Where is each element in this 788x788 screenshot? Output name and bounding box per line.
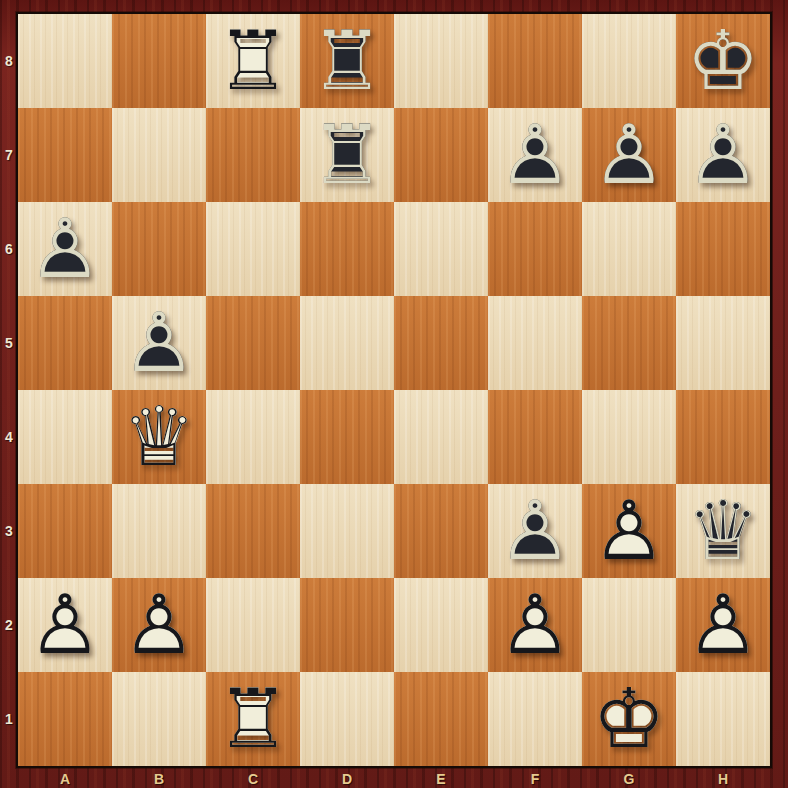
square-f2[interactable]: ♟♙ [488, 578, 582, 672]
file-labels: ABCDEFGH [18, 770, 770, 788]
square-a7[interactable] [18, 108, 112, 202]
square-h6[interactable] [676, 202, 770, 296]
square-c8[interactable]: ♜♖ [206, 14, 300, 108]
square-c2[interactable] [206, 578, 300, 672]
rank-label-6: 6 [0, 202, 18, 296]
white-pawn-outline-icon: ♙ [18, 578, 112, 672]
square-h4[interactable] [676, 390, 770, 484]
black-pawn-outline-icon: ♙ [488, 484, 582, 578]
black-pawn-a6[interactable]: ♟♙ [18, 202, 112, 296]
chessboard-frame: ♜♖♜♖♚♔♜♖♟♙♟♙♟♙♟♙♟♙♛♕♟♙♟♙♛♕♟♙♟♙♟♙♟♙♜♖♚♔ 8… [0, 0, 788, 788]
square-g4[interactable] [582, 390, 676, 484]
square-a6[interactable]: ♟♙ [18, 202, 112, 296]
black-pawn-f3[interactable]: ♟♙ [488, 484, 582, 578]
square-d3[interactable] [300, 484, 394, 578]
file-label-g: G [582, 770, 676, 788]
black-queen-outline-icon: ♕ [676, 484, 770, 578]
black-queen-h3[interactable]: ♛♕ [676, 484, 770, 578]
square-g6[interactable] [582, 202, 676, 296]
square-f6[interactable] [488, 202, 582, 296]
rank-label-2: 2 [0, 578, 18, 672]
black-pawn-h7[interactable]: ♟♙ [676, 108, 770, 202]
square-e7[interactable] [394, 108, 488, 202]
square-a8[interactable] [18, 14, 112, 108]
square-c1[interactable]: ♜♖ [206, 672, 300, 766]
square-h3[interactable]: ♛♕ [676, 484, 770, 578]
square-c6[interactable] [206, 202, 300, 296]
black-pawn-outline-icon: ♙ [112, 296, 206, 390]
square-g8[interactable] [582, 14, 676, 108]
square-a3[interactable] [18, 484, 112, 578]
square-h8[interactable]: ♚♔ [676, 14, 770, 108]
square-d1[interactable] [300, 672, 394, 766]
white-pawn-b2[interactable]: ♟♙ [112, 578, 206, 672]
square-e6[interactable] [394, 202, 488, 296]
square-b8[interactable] [112, 14, 206, 108]
square-e4[interactable] [394, 390, 488, 484]
file-label-b: B [112, 770, 206, 788]
white-rook-c8[interactable]: ♜♖ [206, 14, 300, 108]
square-a1[interactable] [18, 672, 112, 766]
square-d4[interactable] [300, 390, 394, 484]
square-f8[interactable] [488, 14, 582, 108]
white-pawn-outline-icon: ♙ [112, 578, 206, 672]
square-g3[interactable]: ♟♙ [582, 484, 676, 578]
file-label-d: D [300, 770, 394, 788]
file-label-f: F [488, 770, 582, 788]
square-f5[interactable] [488, 296, 582, 390]
square-h1[interactable] [676, 672, 770, 766]
square-e1[interactable] [394, 672, 488, 766]
white-rook-c1[interactable]: ♜♖ [206, 672, 300, 766]
square-b2[interactable]: ♟♙ [112, 578, 206, 672]
white-queen-b4[interactable]: ♛♕ [112, 390, 206, 484]
rank-label-1: 1 [0, 672, 18, 766]
square-g2[interactable] [582, 578, 676, 672]
black-pawn-outline-icon: ♙ [582, 108, 676, 202]
black-rook-d8[interactable]: ♜♖ [300, 14, 394, 108]
square-h2[interactable]: ♟♙ [676, 578, 770, 672]
square-h5[interactable] [676, 296, 770, 390]
square-b6[interactable] [112, 202, 206, 296]
chessboard: ♜♖♜♖♚♔♜♖♟♙♟♙♟♙♟♙♟♙♛♕♟♙♟♙♛♕♟♙♟♙♟♙♟♙♜♖♚♔ [18, 14, 770, 766]
white-king-g1[interactable]: ♚♔ [582, 672, 676, 766]
square-d2[interactable] [300, 578, 394, 672]
rank-label-8: 8 [0, 14, 18, 108]
square-c5[interactable] [206, 296, 300, 390]
black-rook-d7[interactable]: ♜♖ [300, 108, 394, 202]
rank-labels: 87654321 [0, 14, 18, 766]
square-d7[interactable]: ♜♖ [300, 108, 394, 202]
square-b3[interactable] [112, 484, 206, 578]
square-g1[interactable]: ♚♔ [582, 672, 676, 766]
square-f7[interactable]: ♟♙ [488, 108, 582, 202]
black-pawn-g7[interactable]: ♟♙ [582, 108, 676, 202]
white-rook-outline-icon: ♖ [206, 14, 300, 108]
square-d8[interactable]: ♜♖ [300, 14, 394, 108]
black-pawn-outline-icon: ♙ [676, 108, 770, 202]
rank-label-5: 5 [0, 296, 18, 390]
black-pawn-outline-icon: ♙ [18, 202, 112, 296]
black-rook-outline-icon: ♖ [300, 14, 394, 108]
square-a2[interactable]: ♟♙ [18, 578, 112, 672]
square-b7[interactable] [112, 108, 206, 202]
square-b5[interactable]: ♟♙ [112, 296, 206, 390]
square-a5[interactable] [18, 296, 112, 390]
black-king-h8[interactable]: ♚♔ [676, 14, 770, 108]
square-f4[interactable] [488, 390, 582, 484]
square-c3[interactable] [206, 484, 300, 578]
white-pawn-outline-icon: ♙ [582, 484, 676, 578]
square-a4[interactable] [18, 390, 112, 484]
white-pawn-f2[interactable]: ♟♙ [488, 578, 582, 672]
square-e5[interactable] [394, 296, 488, 390]
white-king-outline-icon: ♔ [582, 672, 676, 766]
square-h7[interactable]: ♟♙ [676, 108, 770, 202]
square-d6[interactable] [300, 202, 394, 296]
square-b4[interactable]: ♛♕ [112, 390, 206, 484]
black-pawn-f7[interactable]: ♟♙ [488, 108, 582, 202]
black-rook-outline-icon: ♖ [300, 108, 394, 202]
black-pawn-outline-icon: ♙ [488, 108, 582, 202]
square-g7[interactable]: ♟♙ [582, 108, 676, 202]
white-pawn-a2[interactable]: ♟♙ [18, 578, 112, 672]
white-rook-outline-icon: ♖ [206, 672, 300, 766]
file-label-h: H [676, 770, 770, 788]
black-pawn-b5[interactable]: ♟♙ [112, 296, 206, 390]
rank-label-4: 4 [0, 390, 18, 484]
square-e2[interactable] [394, 578, 488, 672]
white-queen-outline-icon: ♕ [112, 390, 206, 484]
square-b1[interactable] [112, 672, 206, 766]
white-pawn-outline-icon: ♙ [488, 578, 582, 672]
file-label-c: C [206, 770, 300, 788]
square-c4[interactable] [206, 390, 300, 484]
white-pawn-h2[interactable]: ♟♙ [676, 578, 770, 672]
file-label-e: E [394, 770, 488, 788]
square-f3[interactable]: ♟♙ [488, 484, 582, 578]
rank-label-7: 7 [0, 108, 18, 202]
file-label-a: A [18, 770, 112, 788]
rank-label-3: 3 [0, 484, 18, 578]
square-e3[interactable] [394, 484, 488, 578]
white-pawn-g3[interactable]: ♟♙ [582, 484, 676, 578]
black-king-outline-icon: ♔ [676, 14, 770, 108]
square-d5[interactable] [300, 296, 394, 390]
white-pawn-outline-icon: ♙ [676, 578, 770, 672]
square-e8[interactable] [394, 14, 488, 108]
square-c7[interactable] [206, 108, 300, 202]
square-f1[interactable] [488, 672, 582, 766]
square-g5[interactable] [582, 296, 676, 390]
